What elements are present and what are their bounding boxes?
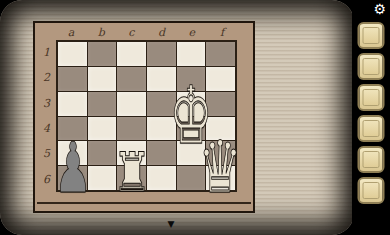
square-b4[interactable]	[88, 117, 117, 141]
row-label-5: 5	[38, 141, 55, 166]
navigate-down-arrow-icon[interactable]: ▼	[168, 220, 175, 229]
column-labels: abcdef	[56, 24, 237, 40]
inventory-slot-3[interactable]	[358, 84, 385, 111]
row-label-2: 2	[38, 65, 55, 90]
square-d1[interactable]	[147, 42, 176, 66]
inventory-slot-6[interactable]	[358, 177, 385, 204]
square-f1[interactable]	[206, 42, 235, 66]
square-c1[interactable]	[117, 42, 146, 66]
square-c4[interactable]	[117, 117, 146, 141]
inventory-slot-inner	[363, 27, 380, 44]
row-label-3: 3	[38, 91, 55, 116]
square-a3[interactable]	[58, 92, 87, 116]
white-queen-f6[interactable]: ♛	[199, 131, 242, 203]
square-a1[interactable]	[58, 42, 87, 66]
inventory-slot-5[interactable]	[358, 146, 385, 173]
white-rook-c6[interactable]: ♜	[112, 146, 151, 200]
square-e1[interactable]	[177, 42, 206, 66]
settings-gear-icon[interactable]: ⚙	[373, 1, 386, 17]
game-screen: abcdef 123456 ♟♜♚♛ ⚙ ▼	[0, 0, 390, 235]
square-b1[interactable]	[88, 42, 117, 66]
col-label-e: e	[177, 24, 207, 40]
row-label-1: 1	[38, 40, 55, 65]
inventory-slot-inner	[363, 120, 380, 137]
inventory-slot-2[interactable]	[358, 53, 385, 80]
frame-tray-line	[37, 202, 251, 204]
inventory-slot-inner	[363, 151, 380, 168]
inventory-slot-inner	[363, 182, 380, 199]
square-c2[interactable]	[117, 67, 146, 91]
inventory-slot-1[interactable]	[358, 22, 385, 49]
inventory-slot-4[interactable]	[358, 115, 385, 142]
square-c3[interactable]	[117, 92, 146, 116]
square-b2[interactable]	[88, 67, 117, 91]
inventory-sidebar: ⚙	[352, 0, 390, 235]
square-a2[interactable]	[58, 67, 87, 91]
col-label-a: a	[56, 24, 86, 40]
inventory-slots	[358, 22, 385, 204]
black-pawn-a6[interactable]: ♟	[54, 133, 92, 203]
row-label-4: 4	[38, 116, 55, 141]
chess-board-frame: abcdef 123456 ♟♜♚♛	[33, 21, 255, 213]
inventory-slot-inner	[363, 89, 380, 106]
col-label-f: f	[207, 24, 237, 40]
col-label-b: b	[86, 24, 116, 40]
col-label-d: d	[147, 24, 177, 40]
square-b3[interactable]	[88, 92, 117, 116]
row-label-6: 6	[38, 167, 55, 192]
row-labels: 123456	[38, 40, 55, 192]
col-label-c: c	[116, 24, 146, 40]
inventory-slot-inner	[363, 58, 380, 75]
